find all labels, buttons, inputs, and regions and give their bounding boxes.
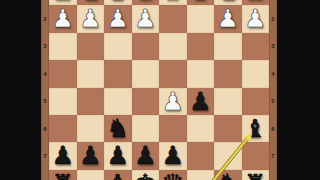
square-h5[interactable]: [49, 88, 77, 115]
square-b3[interactable]: [214, 33, 242, 60]
square-g4[interactable]: [77, 60, 105, 87]
rank-label-4: 4: [269, 60, 277, 87]
piece-white-pawn-h2[interactable]: ♟: [49, 5, 77, 32]
square-b2[interactable]: ♟: [214, 5, 242, 32]
square-e2[interactable]: ♟: [132, 5, 160, 32]
board-grid: ♜♞♝♚♛♝♞♜♟♟♟♟♟♟♟♟♞♝♟♟♟♟♟♜♝♚♛♞♜: [49, 0, 269, 180]
square-e3[interactable]: [132, 33, 160, 60]
square-c2[interactable]: [187, 5, 215, 32]
rank-label-6: 6: [41, 115, 49, 142]
rank-label-5: 5: [269, 88, 277, 115]
square-d8[interactable]: ♛: [159, 170, 187, 180]
piece-black-pawn-f7[interactable]: ♟: [104, 142, 132, 169]
piece-black-pawn-d7[interactable]: ♟: [159, 142, 187, 169]
rank-label-6: 6: [269, 115, 277, 142]
square-f6[interactable]: ♞: [104, 115, 132, 142]
square-g7[interactable]: ♟: [77, 142, 105, 169]
piece-black-pawn-h7[interactable]: ♟: [49, 142, 77, 169]
rank-label-4: 4: [41, 60, 49, 87]
square-b4[interactable]: [214, 60, 242, 87]
piece-black-pawn-e7[interactable]: ♟: [132, 142, 160, 169]
rank-label-8: 8: [41, 170, 49, 180]
square-e4[interactable]: [132, 60, 160, 87]
square-g3[interactable]: [77, 33, 105, 60]
piece-black-bishop-f8[interactable]: ♝: [104, 170, 132, 180]
square-d2[interactable]: [159, 5, 187, 32]
square-d3[interactable]: [159, 33, 187, 60]
square-e5[interactable]: [132, 88, 160, 115]
piece-white-pawn-d5[interactable]: ♟: [159, 88, 187, 115]
rank-label-2: 2: [41, 5, 49, 32]
square-f4[interactable]: [104, 60, 132, 87]
square-e7[interactable]: ♟: [132, 142, 160, 169]
square-h4[interactable]: [49, 60, 77, 87]
rank-strip-right: 12345678: [269, 0, 277, 180]
square-d6[interactable]: [159, 115, 187, 142]
square-c4[interactable]: [187, 60, 215, 87]
piece-black-rook-h8[interactable]: ♜: [49, 170, 77, 180]
rank-label-7: 7: [41, 142, 49, 169]
piece-black-bishop-a6[interactable]: ♝: [242, 115, 270, 142]
square-h6[interactable]: [49, 115, 77, 142]
square-h3[interactable]: [49, 33, 77, 60]
square-a2[interactable]: ♟: [242, 5, 270, 32]
square-e6[interactable]: [132, 115, 160, 142]
rank-label-8: 8: [269, 170, 277, 180]
rank-label-2: 2: [269, 5, 277, 32]
square-h8[interactable]: ♜: [49, 170, 77, 180]
piece-black-pawn-g7[interactable]: ♟: [77, 142, 105, 169]
square-b7[interactable]: [214, 142, 242, 169]
piece-black-knight-f6[interactable]: ♞: [104, 115, 132, 142]
square-g6[interactable]: [77, 115, 105, 142]
square-b8[interactable]: ♞: [214, 170, 242, 180]
square-b6[interactable]: [214, 115, 242, 142]
rank-label-7: 7: [269, 142, 277, 169]
square-f5[interactable]: [104, 88, 132, 115]
square-d7[interactable]: ♟: [159, 142, 187, 169]
piece-black-queen-d8[interactable]: ♛: [159, 170, 187, 180]
square-h7[interactable]: ♟: [49, 142, 77, 169]
rank-label-3: 3: [41, 33, 49, 60]
square-a6[interactable]: ♝: [242, 115, 270, 142]
square-e8[interactable]: ♚: [132, 170, 160, 180]
rank-strip-left: 12345678: [41, 0, 49, 180]
piece-white-pawn-g2[interactable]: ♟: [77, 5, 105, 32]
chess-board: 12345678 ♜♞♝♚♛♝♞♜♟♟♟♟♟♟♟♟♞♝♟♟♟♟♟♜♝♚♛♞♜ 1…: [41, 0, 278, 180]
piece-white-pawn-b2[interactable]: ♟: [214, 5, 242, 32]
square-f3[interactable]: [104, 33, 132, 60]
square-c8[interactable]: [187, 170, 215, 180]
piece-white-pawn-a2[interactable]: ♟: [242, 5, 270, 32]
square-g8[interactable]: [77, 170, 105, 180]
piece-black-pawn-c5[interactable]: ♟: [187, 88, 215, 115]
square-g2[interactable]: ♟: [77, 5, 105, 32]
square-a7[interactable]: [242, 142, 270, 169]
square-a5[interactable]: [242, 88, 270, 115]
piece-black-knight-b8[interactable]: ♞: [214, 170, 242, 180]
piece-white-pawn-e2[interactable]: ♟: [132, 5, 160, 32]
piece-white-pawn-f2[interactable]: ♟: [104, 5, 132, 32]
square-c6[interactable]: [187, 115, 215, 142]
square-g5[interactable]: [77, 88, 105, 115]
piece-black-rook-a8[interactable]: ♜: [242, 170, 270, 180]
square-f2[interactable]: ♟: [104, 5, 132, 32]
square-c3[interactable]: [187, 33, 215, 60]
chess-video-frame: 12345678 ♜♞♝♚♛♝♞♜♟♟♟♟♟♟♟♟♞♝♟♟♟♟♟♜♝♚♛♞♜ 1…: [0, 0, 320, 180]
square-f8[interactable]: ♝: [104, 170, 132, 180]
square-h2[interactable]: ♟: [49, 5, 77, 32]
rank-label-3: 3: [269, 33, 277, 60]
square-d5[interactable]: ♟: [159, 88, 187, 115]
square-d4[interactable]: [159, 60, 187, 87]
square-a4[interactable]: [242, 60, 270, 87]
rank-label-5: 5: [41, 88, 49, 115]
square-b5[interactable]: [214, 88, 242, 115]
piece-black-king-e8[interactable]: ♚: [132, 170, 160, 180]
square-a3[interactable]: [242, 33, 270, 60]
square-a8[interactable]: ♜: [242, 170, 270, 180]
square-c5[interactable]: ♟: [187, 88, 215, 115]
square-f7[interactable]: ♟: [104, 142, 132, 169]
square-c7[interactable]: [187, 142, 215, 169]
